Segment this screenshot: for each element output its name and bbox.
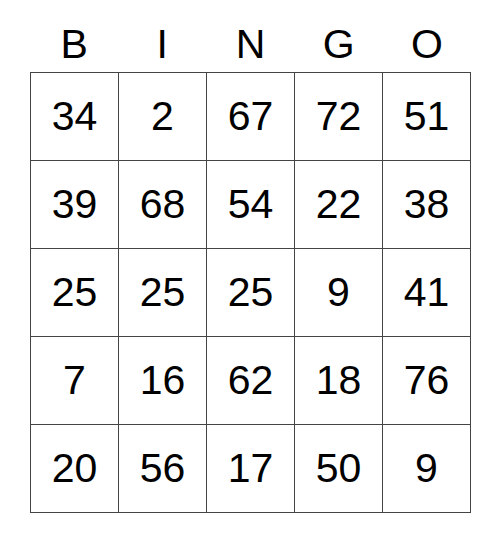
bingo-cell-r4c3[interactable]: 62 [207,337,295,425]
bingo-cell-r3c5[interactable]: 41 [383,249,471,337]
bingo-cell-r4c4[interactable]: 18 [295,337,383,425]
bingo-cell-r1c2[interactable]: 2 [119,73,207,161]
bingo-cell-r5c5[interactable]: 9 [383,425,471,513]
bingo-card: B I N G O 34 2 67 72 51 39 68 54 22 38 2… [0,24,500,544]
header-letter-o: O [411,24,443,64]
header-letter-g: G [323,24,355,64]
bingo-cell-r4c5[interactable]: 76 [383,337,471,425]
bingo-cell-r3c4[interactable]: 9 [295,249,383,337]
bingo-grid: 34 2 67 72 51 39 68 54 22 38 25 25 25 9 … [30,72,471,513]
bingo-header: B I N G O [30,24,471,64]
bingo-cell-r2c3[interactable]: 54 [207,161,295,249]
header-letter-i: I [157,24,168,64]
bingo-cell-r1c3[interactable]: 67 [207,73,295,161]
header-letter-b: B [60,24,87,64]
bingo-cell-r1c4[interactable]: 72 [295,73,383,161]
bingo-cell-r2c5[interactable]: 38 [383,161,471,249]
header-letter-n: N [236,24,266,64]
bingo-cell-r5c4[interactable]: 50 [295,425,383,513]
bingo-cell-r2c4[interactable]: 22 [295,161,383,249]
bingo-cell-r4c2[interactable]: 16 [119,337,207,425]
bingo-cell-r5c2[interactable]: 56 [119,425,207,513]
bingo-cell-r5c3[interactable]: 17 [207,425,295,513]
bingo-cell-r2c1[interactable]: 39 [31,161,119,249]
bingo-cell-r3c2[interactable]: 25 [119,249,207,337]
bingo-cell-r4c1[interactable]: 7 [31,337,119,425]
bingo-cell-r5c1[interactable]: 20 [31,425,119,513]
bingo-cell-r1c5[interactable]: 51 [383,73,471,161]
bingo-cell-r1c1[interactable]: 34 [31,73,119,161]
bingo-cell-r3c3[interactable]: 25 [207,249,295,337]
bingo-cell-r3c1[interactable]: 25 [31,249,119,337]
bingo-cell-r2c2[interactable]: 68 [119,161,207,249]
